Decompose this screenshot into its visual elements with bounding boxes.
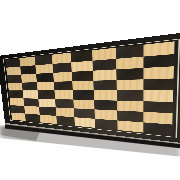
square-c1 bbox=[40, 115, 57, 124]
square-f4 bbox=[93, 90, 116, 100]
square-e5 bbox=[72, 81, 93, 91]
square-e4 bbox=[73, 90, 94, 100]
square-h4 bbox=[143, 90, 173, 102]
square-d1 bbox=[56, 116, 75, 126]
square-a5 bbox=[8, 83, 23, 91]
square-g6 bbox=[116, 68, 143, 80]
square-b5 bbox=[22, 82, 38, 90]
square-a1 bbox=[11, 112, 25, 120]
square-g5 bbox=[117, 79, 144, 90]
square-c5 bbox=[37, 82, 54, 91]
square-d6 bbox=[53, 72, 72, 82]
square-g4 bbox=[117, 90, 143, 101]
square-e6 bbox=[72, 71, 93, 81]
square-h5 bbox=[143, 78, 173, 90]
square-f6 bbox=[93, 69, 117, 80]
product-photo bbox=[0, 0, 180, 180]
square-b1 bbox=[25, 113, 41, 122]
square-h6 bbox=[143, 66, 174, 79]
square-d5 bbox=[54, 81, 73, 90]
square-f5 bbox=[93, 80, 117, 90]
